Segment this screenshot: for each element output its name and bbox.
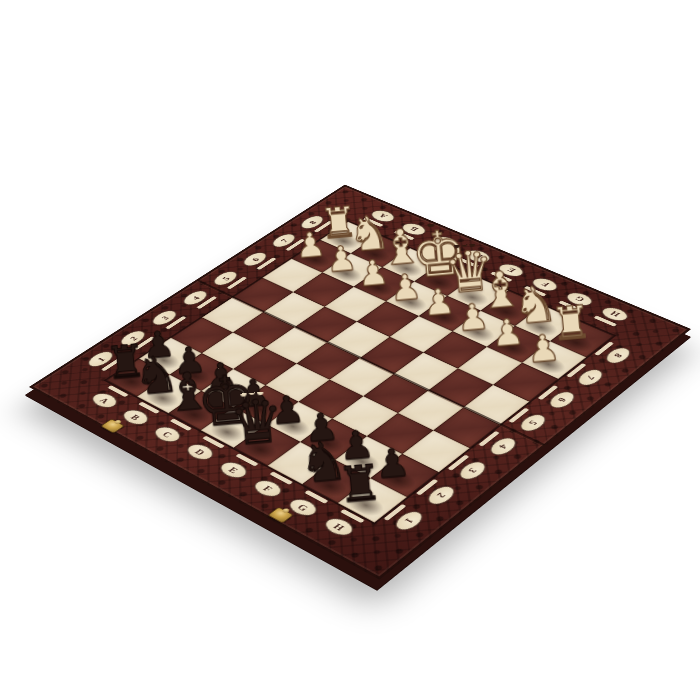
coord-label-c: C [150,423,186,444]
coord-label-3: 3 [455,458,492,482]
coord-label-7: 7 [573,366,607,388]
black-rook-h1: ♜ [333,457,386,510]
coord-label-5: 5 [516,411,551,434]
coord-label-1: 1 [391,508,429,533]
coord-label-g: G [285,495,323,519]
coord-label-h: H [320,515,358,539]
coord-label-d: D [182,441,218,463]
coord-label-5: 5 [210,269,243,288]
coord-label-f: F [250,477,287,500]
queen-crown-balls [248,388,255,395]
coord-label-6: 6 [239,250,271,268]
frame-tick [107,385,128,397]
coord-label-a: A [88,390,123,411]
coord-label-e: E [216,459,253,481]
white-pawn-h7: ♟ [519,329,568,369]
coord-label-4: 4 [179,288,212,307]
coord-label-3: 3 [148,308,181,328]
coord-label-2: 2 [423,483,460,508]
king-finial: ✚ [212,359,223,371]
coord-label-6: 6 [545,389,580,411]
chess-board-box: ABCDEFGH ABCDEFGH 87654321 87654321 ♜♞♝♚… [29,185,691,580]
coord-label-8: 8 [601,345,635,366]
product-photo-scene: ABCDEFGH ABCDEFGH 87654321 87654321 ♜♞♝♚… [0,0,700,700]
coord-label-4: 4 [485,435,521,458]
black-queen-e1: ♛ [228,391,280,455]
